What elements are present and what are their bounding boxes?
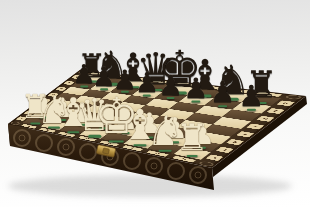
- coord-label: 5: [246, 123, 265, 129]
- coord-label: 3: [226, 139, 245, 146]
- chess-set-photo-scene: abcdefgh8877665544332211abcdefgh ♜♞♝♛♚♝♞…: [0, 0, 310, 207]
- board-shadow: [8, 175, 292, 197]
- coord-label: 1: [205, 154, 223, 161]
- coord-label: 2: [216, 146, 235, 153]
- coord-label: 7: [266, 108, 285, 114]
- coord-label: 4: [236, 131, 255, 138]
- coord-label: 8: [276, 100, 295, 106]
- coord-label: 6: [256, 116, 275, 122]
